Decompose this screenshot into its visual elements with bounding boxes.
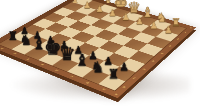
square-b2: ♟ [141, 26, 164, 37]
piece-white-king-e1: ♚ [112, 0, 129, 12]
piece-white-queen-d1: ♛ [125, 0, 142, 16]
piece-white-rook-h1: ♜ [76, 0, 92, 1]
brass-dot-icon [190, 27, 193, 28]
brass-dot-icon [114, 93, 118, 95]
piece-white-bishop-c1: ♝ [139, 6, 156, 20]
chess-set-photo: abcdefgh 87654321 ♜♞♝♛♚♝♞♜♟♟♟♟♟♟♟♟♟♟♟♟♟♟… [0, 0, 200, 106]
piece-white-knight-b1: ♞ [153, 11, 170, 24]
piece-white-rook-a1: ♜ [167, 17, 185, 28]
piece-black-pawn-h7: ♟ [15, 26, 33, 36]
piece-black-rook-h8: ♜ [3, 31, 22, 42]
